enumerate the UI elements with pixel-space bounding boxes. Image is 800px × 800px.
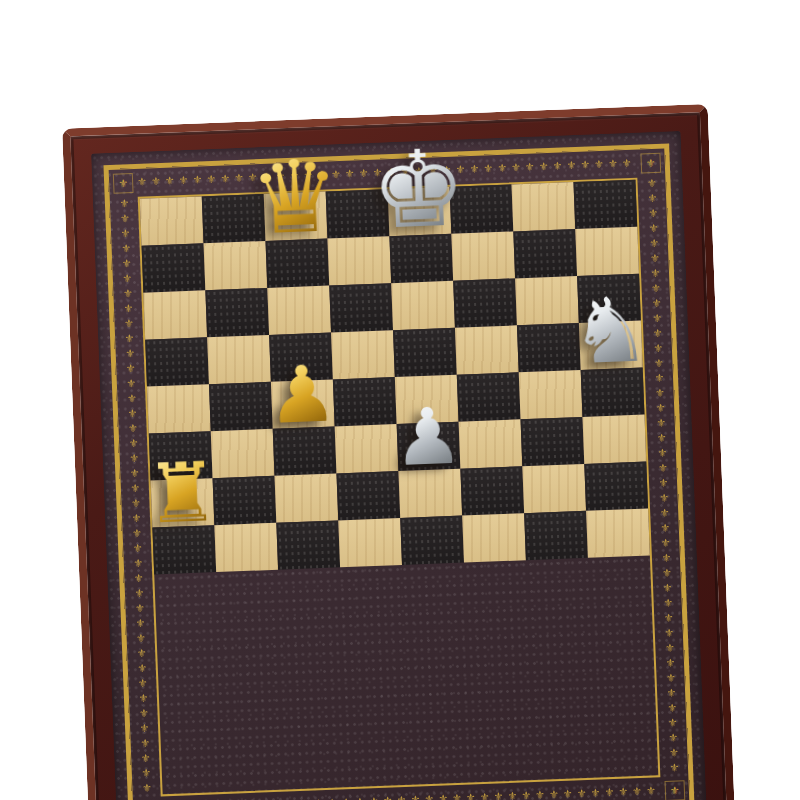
square-c4[interactable]: ♟	[271, 379, 335, 428]
square-e5[interactable]	[393, 328, 457, 377]
chessboard-assembly: ⚜ ⚜⚜⚜⚜⚜⚜⚜⚜⚜⚜⚜⚜⚜⚜⚜⚜⚜⚜⚜⚜⚜⚜⚜⚜⚜⚜⚜⚜⚜⚜⚜⚜⚜⚜⚜⚜⚜⚜…	[62, 104, 738, 800]
gold-rook-a2[interactable]: ♜	[150, 454, 215, 532]
square-b1[interactable]	[214, 523, 278, 572]
square-b6[interactable]	[205, 288, 269, 337]
square-c8[interactable]: ♛	[264, 192, 328, 241]
silver-pawn-e3[interactable]: ♟	[396, 401, 461, 475]
square-c2[interactable]	[275, 473, 339, 522]
square-b2[interactable]	[213, 476, 277, 525]
square-f3[interactable]	[459, 419, 523, 468]
silver-king-e8[interactable]: ♚	[386, 140, 452, 240]
square-h7[interactable]	[575, 227, 639, 276]
square-e8[interactable]: ♚	[388, 187, 452, 236]
square-f2[interactable]	[460, 466, 524, 515]
square-d3[interactable]	[335, 424, 399, 473]
product-photo-scene: ⚜ ⚜⚜⚜⚜⚜⚜⚜⚜⚜⚜⚜⚜⚜⚜⚜⚜⚜⚜⚜⚜⚜⚜⚜⚜⚜⚜⚜⚜⚜⚜⚜⚜⚜⚜⚜⚜⚜⚜…	[0, 0, 800, 800]
square-h5[interactable]: ♞	[579, 321, 643, 370]
square-e3[interactable]: ♟	[397, 422, 461, 471]
square-f6[interactable]	[453, 278, 517, 327]
square-a2[interactable]: ♜	[151, 478, 215, 527]
square-a5[interactable]	[145, 337, 209, 386]
square-g7[interactable]	[513, 229, 577, 278]
square-f1[interactable]	[462, 513, 526, 562]
square-d5[interactable]	[331, 330, 395, 379]
decorative-gold-border: ⚜ ⚜⚜⚜⚜⚜⚜⚜⚜⚜⚜⚜⚜⚜⚜⚜⚜⚜⚜⚜⚜⚜⚜⚜⚜⚜⚜⚜⚜⚜⚜⚜⚜⚜⚜⚜⚜⚜⚜…	[108, 148, 691, 800]
square-d4[interactable]	[333, 377, 397, 426]
square-b3[interactable]	[211, 429, 275, 478]
border-corner-motif: ⚜	[640, 153, 661, 174]
silver-knight-h5[interactable]: ♞	[578, 289, 643, 374]
board-sheet-margin: ⚜ ⚜⚜⚜⚜⚜⚜⚜⚜⚜⚜⚜⚜⚜⚜⚜⚜⚜⚜⚜⚜⚜⚜⚜⚜⚜⚜⚜⚜⚜⚜⚜⚜⚜⚜⚜⚜⚜⚜…	[91, 131, 707, 800]
gold-queen-c8[interactable]: ♛	[262, 151, 327, 245]
gold-pawn-c4[interactable]: ♟	[270, 359, 335, 433]
square-b5[interactable]	[207, 335, 271, 384]
square-f5[interactable]	[455, 325, 519, 374]
square-g1[interactable]	[524, 511, 588, 560]
square-g3[interactable]	[521, 417, 585, 466]
square-d1[interactable]	[338, 518, 402, 567]
square-e6[interactable]	[391, 281, 455, 330]
square-h2[interactable]	[584, 462, 648, 511]
square-c6[interactable]	[267, 286, 331, 335]
square-e1[interactable]	[400, 516, 464, 565]
square-g8[interactable]	[512, 182, 576, 231]
chessboard-grid: ♛♚♞♟♟♜	[138, 178, 661, 797]
square-b4[interactable]	[209, 382, 273, 431]
square-a4[interactable]	[147, 384, 211, 433]
chessboard-frame: ⚜ ⚜⚜⚜⚜⚜⚜⚜⚜⚜⚜⚜⚜⚜⚜⚜⚜⚜⚜⚜⚜⚜⚜⚜⚜⚜⚜⚜⚜⚜⚜⚜⚜⚜⚜⚜⚜⚜⚜…	[62, 104, 736, 800]
square-d2[interactable]	[336, 471, 400, 520]
square-a6[interactable]	[143, 290, 207, 339]
square-f4[interactable]	[457, 372, 521, 421]
square-h3[interactable]	[582, 415, 646, 464]
square-d6[interactable]	[329, 283, 393, 332]
square-g2[interactable]	[522, 464, 586, 513]
square-c1[interactable]	[276, 520, 340, 569]
square-a7[interactable]	[142, 243, 206, 292]
border-corner-motif: ⚜	[665, 780, 686, 800]
square-a8[interactable]	[140, 196, 204, 245]
square-h8[interactable]	[573, 180, 637, 229]
border-corner-motif: ⚜	[113, 173, 134, 194]
square-h1[interactable]	[586, 508, 650, 557]
